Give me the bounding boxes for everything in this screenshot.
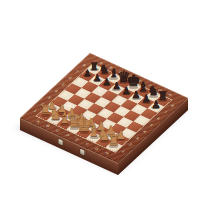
pieces-layer: ♜♞♝♛♚♝♞♜♟♟♟♟♟♟♟♟♟♟♟♟♟♟♟♟♜♞♝♛♚♝♞♜ <box>0 0 200 200</box>
white-rook-h1: ♜ <box>104 133 124 148</box>
product-photo: AA11BB22CC33DD44EE55FF66GG77HH88 ♜♞♝♛♚♝♞… <box>0 0 200 200</box>
black-pawn-h7: ♟ <box>146 99 166 109</box>
